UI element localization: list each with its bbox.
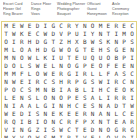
grid-cell[interactable]: C xyxy=(73,102,81,110)
grid-cell[interactable]: V xyxy=(18,134,26,138)
grid-cell[interactable]: I xyxy=(49,102,57,110)
grid-cell[interactable]: H xyxy=(57,78,65,86)
grid-cell[interactable]: Q xyxy=(10,118,18,126)
grid-cell[interactable]: I xyxy=(57,134,65,138)
grid-cell[interactable]: W xyxy=(18,22,26,30)
grid-cell[interactable]: I xyxy=(10,102,18,110)
grid-cell[interactable]: X xyxy=(73,38,81,46)
grid-cell[interactable]: N xyxy=(97,30,105,38)
grid-cell[interactable]: W xyxy=(41,70,49,78)
grid-cell[interactable]: U xyxy=(73,30,81,38)
grid-cell[interactable]: D xyxy=(18,110,26,118)
grid-cell[interactable]: E xyxy=(104,22,112,30)
grid-cell[interactable]: I xyxy=(26,78,34,86)
grid-cell[interactable]: R xyxy=(65,22,73,30)
grid-cell[interactable]: E xyxy=(10,110,18,118)
grid-cell[interactable]: R xyxy=(112,94,120,102)
grid-cell[interactable]: Y xyxy=(10,134,18,138)
grid-cell[interactable]: A xyxy=(65,86,73,94)
grid-cell[interactable]: W xyxy=(128,102,136,110)
grid-cell[interactable]: I xyxy=(73,70,81,78)
grid-cell[interactable]: D xyxy=(89,126,97,134)
grid-cell[interactable]: H xyxy=(34,46,42,54)
grid-cell[interactable]: E xyxy=(120,22,128,30)
grid-cell[interactable]: O xyxy=(104,134,112,138)
grid-cell[interactable]: R xyxy=(112,78,120,86)
grid-cell[interactable]: E xyxy=(41,62,49,70)
grid-cell[interactable]: T xyxy=(104,30,112,38)
grid-cell[interactable]: P xyxy=(73,78,81,86)
grid-cell[interactable]: R xyxy=(65,118,73,126)
grid-cell[interactable]: I xyxy=(89,86,97,94)
word-list-column: AisleCeremonyReception xyxy=(112,1,129,17)
grid-cell[interactable]: I xyxy=(49,54,57,62)
grid-cell[interactable]: R xyxy=(18,38,26,46)
grid-cell[interactable]: K xyxy=(41,54,49,62)
grid-cell[interactable]: M xyxy=(2,54,10,62)
grid-cell[interactable]: S xyxy=(41,134,49,138)
grid-cell[interactable]: L xyxy=(89,70,97,78)
grid-cell[interactable]: B xyxy=(81,38,89,46)
word-search-page: Escort CardFlower GirlRing BearerDance F… xyxy=(0,0,138,138)
grid-cell[interactable]: G xyxy=(128,126,136,134)
grid-cell[interactable]: L xyxy=(10,46,18,54)
grid-cell[interactable]: A xyxy=(104,102,112,110)
grid-cell[interactable]: F xyxy=(104,62,112,70)
grid-cell[interactable]: Y xyxy=(89,30,97,38)
grid-cell[interactable]: B xyxy=(112,54,120,62)
grid-cell[interactable]: I xyxy=(18,118,26,126)
grid-cell[interactable]: N xyxy=(104,110,112,118)
grid-cell[interactable]: C xyxy=(128,70,136,78)
grid-cell[interactable]: I xyxy=(81,30,89,38)
grid-cell[interactable]: E xyxy=(112,86,120,94)
grid-cell[interactable]: I xyxy=(128,94,136,102)
grid-cell[interactable]: V xyxy=(112,134,120,138)
word-list-item: Vows xyxy=(31,11,51,16)
grid-cell[interactable]: A xyxy=(89,94,97,102)
grid-cell[interactable]: A xyxy=(26,102,34,110)
grid-cell[interactable]: V xyxy=(2,126,10,134)
word-list-column: OfficiantGuestHoneymoon xyxy=(87,1,107,17)
grid-cell[interactable]: B xyxy=(49,86,57,94)
grid-cell[interactable]: E xyxy=(49,70,57,78)
grid-cell[interactable]: K xyxy=(18,30,26,38)
grid-cell[interactable]: T xyxy=(49,38,57,46)
grid-cell[interactable]: E xyxy=(26,22,34,30)
grid-cell[interactable]: P xyxy=(65,30,73,38)
grid-cell[interactable]: N xyxy=(128,62,136,70)
grid-cell[interactable]: O xyxy=(65,62,73,70)
grid-cell[interactable]: E xyxy=(73,94,81,102)
grid-cell[interactable]: C xyxy=(120,78,128,86)
grid-cell[interactable]: D xyxy=(41,46,49,54)
word-list-item: Reception xyxy=(112,11,129,16)
grid-cell[interactable]: N xyxy=(2,102,10,110)
grid-cell[interactable]: L xyxy=(97,70,105,78)
grid-cell[interactable]: Q xyxy=(89,54,97,62)
grid-cell[interactable]: Y xyxy=(73,22,81,30)
grid-cell[interactable]: N xyxy=(57,102,65,110)
grid-cell[interactable]: S xyxy=(26,62,34,70)
grid-cell[interactable]: A xyxy=(26,46,34,54)
grid-cell[interactable]: C xyxy=(65,126,73,134)
grid-cell[interactable]: G xyxy=(41,38,49,46)
grid-cell[interactable]: R xyxy=(112,22,120,30)
grid-cell[interactable]: O xyxy=(128,30,136,38)
grid-cell[interactable]: L xyxy=(2,94,10,102)
grid-cell[interactable]: E xyxy=(89,134,97,138)
grid-cell[interactable]: N xyxy=(81,22,89,30)
puzzle-grid: MEWEDIGCRYNOMERECTWKECWDVPUIYNTIMOOIRHDG… xyxy=(1,21,137,138)
grid-cell[interactable]: N xyxy=(18,94,26,102)
grid-cell[interactable]: E xyxy=(89,62,97,70)
grid-cell[interactable]: O xyxy=(18,54,26,62)
grid-cell[interactable]: N xyxy=(41,110,49,118)
grid-cell[interactable]: C xyxy=(41,78,49,86)
grid-cell[interactable]: W xyxy=(89,38,97,46)
grid-cell[interactable]: P xyxy=(81,62,89,70)
grid-cell[interactable]: I xyxy=(10,38,18,46)
grid-cell[interactable]: M xyxy=(2,70,10,78)
word-list-column: Wedding PlannerPhotographerBouquet xyxy=(57,1,85,17)
grid-cell[interactable]: E xyxy=(120,62,128,70)
grid-cell[interactable]: N xyxy=(128,46,136,54)
grid-cell[interactable]: M xyxy=(2,22,10,30)
grid-cell[interactable]: N xyxy=(49,118,57,126)
grid-cell[interactable]: L xyxy=(81,86,89,94)
grid-cell[interactable]: G xyxy=(73,62,81,70)
grid-cell[interactable]: W xyxy=(2,110,10,118)
grid-cell[interactable]: W xyxy=(97,78,105,86)
grid-cell[interactable]: T xyxy=(81,46,89,54)
word-list-item: Bouquet xyxy=(57,11,85,16)
grid-cell[interactable]: M xyxy=(34,86,42,94)
grid-cell[interactable]: D xyxy=(34,38,42,46)
grid-cell[interactable]: C xyxy=(57,118,65,126)
grid-cell[interactable]: W xyxy=(10,78,18,86)
grid-cell[interactable]: A xyxy=(97,110,105,118)
grid-cell[interactable]: S xyxy=(26,86,34,94)
grid-cell[interactable]: E xyxy=(73,110,81,118)
grid-cell[interactable]: T xyxy=(104,118,112,126)
grid-cell[interactable]: D xyxy=(34,22,42,30)
grid-cell[interactable]: C xyxy=(18,86,26,94)
grid-cell[interactable]: S xyxy=(49,126,57,134)
grid-cell[interactable]: W xyxy=(57,46,65,54)
grid-cell[interactable]: N xyxy=(112,38,120,46)
grid-cell[interactable]: S xyxy=(34,110,42,118)
grid-cell[interactable]: C xyxy=(104,86,112,94)
grid-cell[interactable]: G xyxy=(65,70,73,78)
grid-cell[interactable]: R xyxy=(2,118,10,126)
grid-cell[interactable]: D xyxy=(2,62,10,70)
grid-cell[interactable]: R xyxy=(128,118,136,126)
grid-cell[interactable]: W xyxy=(34,134,42,138)
grid-cell[interactable]: O xyxy=(41,118,49,126)
grid-cell[interactable]: I xyxy=(26,110,34,118)
grid-cell[interactable]: I xyxy=(128,134,136,138)
grid-cell[interactable]: R xyxy=(57,70,65,78)
grid-cell[interactable]: M xyxy=(10,70,18,78)
grid-cell[interactable]: P xyxy=(2,86,10,94)
grid-cell[interactable]: I xyxy=(128,54,136,62)
grid-cell[interactable]: I xyxy=(112,30,120,38)
grid-cell[interactable]: P xyxy=(81,118,89,126)
grid-cell[interactable]: I xyxy=(10,126,18,134)
grid-cell[interactable]: L xyxy=(97,134,105,138)
grid-cell[interactable]: R xyxy=(81,110,89,118)
grid-cell[interactable]: E xyxy=(73,54,81,62)
grid-cell[interactable]: W xyxy=(57,126,65,134)
grid-cell[interactable]: I xyxy=(104,94,112,102)
grid-cell[interactable]: R xyxy=(81,70,89,78)
grid-cell[interactable]: E xyxy=(10,94,18,102)
grid-cell[interactable]: P xyxy=(120,38,128,46)
grid-cell[interactable]: A xyxy=(112,70,120,78)
grid-cell[interactable]: E xyxy=(65,110,73,118)
grid-cell[interactable]: T xyxy=(120,102,128,110)
grid-cell[interactable]: R xyxy=(65,78,73,86)
grid-cell[interactable]: C xyxy=(34,30,42,38)
grid-cell[interactable]: E xyxy=(89,46,97,54)
grid-cell[interactable]: O xyxy=(18,46,26,54)
grid-cell[interactable]: M xyxy=(49,134,57,138)
grid-cell[interactable]: H xyxy=(97,86,105,94)
grid-cell[interactable]: V xyxy=(57,30,65,38)
grid-cell[interactable]: R xyxy=(65,134,73,138)
grid-cell[interactable]: G xyxy=(81,78,89,86)
grid-cell[interactable]: S xyxy=(97,38,105,46)
grid-cell[interactable]: R xyxy=(120,94,128,102)
grid-cell[interactable]: M xyxy=(2,134,10,138)
grid-cell[interactable]: W xyxy=(41,30,49,38)
grid-cell[interactable]: S xyxy=(49,78,57,86)
grid-cell[interactable]: H xyxy=(26,38,34,46)
grid-cell[interactable]: O xyxy=(104,54,112,62)
grid-cell[interactable]: N xyxy=(128,78,136,86)
grid-cell[interactable]: P xyxy=(120,54,128,62)
grid-cell[interactable]: E xyxy=(18,78,26,86)
grid-cell[interactable]: N xyxy=(41,86,49,94)
grid-cell[interactable]: B xyxy=(26,118,34,126)
grid-cell[interactable]: L xyxy=(112,110,120,118)
grid-cell[interactable]: C xyxy=(120,110,128,118)
word-list-item: Ring Bearer xyxy=(3,11,23,16)
grid-cell[interactable]: E xyxy=(112,118,120,126)
grid-cell[interactable]: H xyxy=(65,38,73,46)
grid-cell[interactable]: A xyxy=(120,118,128,126)
grid-cell[interactable]: S xyxy=(128,38,136,46)
grid-cell[interactable]: C xyxy=(57,22,65,30)
grid-cell[interactable]: N xyxy=(57,62,65,70)
grid-cell[interactable]: E xyxy=(120,46,128,54)
grid-cell[interactable]: M xyxy=(120,30,128,38)
grid-cell[interactable]: U xyxy=(57,54,65,62)
grid-cell[interactable]: T xyxy=(65,54,73,62)
grid-cell[interactable]: A xyxy=(18,102,26,110)
grid-cell[interactable]: P xyxy=(65,94,73,102)
grid-cell[interactable]: E xyxy=(81,102,89,110)
grid-cell[interactable]: D xyxy=(49,30,57,38)
grid-cell[interactable]: O xyxy=(2,38,10,46)
grid-cell[interactable]: O xyxy=(34,70,42,78)
grid-cell[interactable]: T xyxy=(2,30,10,38)
grid-cell[interactable]: G xyxy=(49,46,57,54)
grid-cell[interactable]: I xyxy=(57,86,65,94)
grid-cell[interactable]: S xyxy=(104,46,112,54)
word-list-column: Escort CardFlower GirlRing Bearer xyxy=(3,1,23,17)
grid-cell[interactable]: M xyxy=(97,22,105,30)
grid-cell[interactable]: S xyxy=(89,78,97,86)
grid-cell[interactable]: L xyxy=(49,62,57,70)
grid-cell[interactable]: G xyxy=(41,102,49,110)
grid-cell[interactable]: I xyxy=(41,126,49,134)
grid-cell[interactable]: R xyxy=(120,126,128,134)
grid-cell[interactable]: M xyxy=(2,46,10,54)
grid-cell[interactable]: O xyxy=(10,86,18,94)
grid-cell[interactable]: S xyxy=(89,102,97,110)
grid-cell[interactable]: G xyxy=(112,126,120,134)
grid-cell[interactable]: I xyxy=(41,22,49,30)
grid-cell[interactable]: R xyxy=(34,78,42,86)
grid-cell[interactable]: F xyxy=(18,70,26,78)
grid-cell[interactable]: H xyxy=(97,46,105,54)
grid-cell[interactable]: O xyxy=(10,62,18,70)
grid-cell[interactable]: F xyxy=(104,70,112,78)
grid-cell[interactable]: L xyxy=(34,102,42,110)
grid-cell[interactable]: L xyxy=(26,70,34,78)
grid-cell[interactable]: K xyxy=(57,110,65,118)
grid-cell[interactable]: T xyxy=(73,126,81,134)
grid-cell[interactable]: B xyxy=(73,86,81,94)
grid-cell[interactable]: S xyxy=(26,94,34,102)
grid-cell[interactable]: E xyxy=(81,126,89,134)
grid-cell[interactable]: Z xyxy=(57,38,65,46)
grid-cell[interactable]: W xyxy=(26,54,34,62)
grid-cell[interactable]: E xyxy=(49,110,57,118)
grid-cell[interactable]: V xyxy=(81,134,89,138)
grid-cell[interactable]: N xyxy=(2,78,10,86)
grid-cell[interactable]: K xyxy=(128,86,136,94)
grid-cell[interactable]: O xyxy=(97,62,105,70)
grid-cell[interactable]: U xyxy=(97,54,105,62)
grid-cell[interactable]: I xyxy=(34,118,42,126)
grid-cell[interactable]: D xyxy=(120,134,128,138)
grid-cell[interactable]: G xyxy=(73,46,81,54)
grid-cell[interactable]: O xyxy=(65,46,73,54)
word-list-column: Dance FloorRingsVows xyxy=(31,1,51,17)
grid-cell[interactable]: I xyxy=(104,78,112,86)
grid-cell[interactable]: X xyxy=(89,118,97,126)
grid-cell[interactable]: W xyxy=(10,30,18,38)
word-list: Escort CardFlower GirlRing BearerDance F… xyxy=(0,1,138,21)
grid-cell[interactable]: N xyxy=(49,94,57,102)
grid-cell[interactable]: O xyxy=(57,94,65,102)
grid-cell[interactable]: H xyxy=(65,102,73,110)
grid-cell[interactable]: L xyxy=(34,54,42,62)
word-list-item: Honeymoon xyxy=(87,11,107,16)
grid-cell[interactable]: S xyxy=(120,70,128,78)
grid-cell[interactable]: E xyxy=(112,62,120,70)
grid-cell[interactable]: Z xyxy=(34,126,42,134)
grid-cell[interactable]: N xyxy=(10,54,18,62)
grid-cell[interactable]: G xyxy=(112,46,120,54)
grid-cell[interactable]: U xyxy=(81,54,89,62)
grid-cell[interactable]: N xyxy=(89,110,97,118)
grid-cell[interactable]: L xyxy=(18,62,26,70)
grid-cell[interactable]: L xyxy=(97,94,105,102)
grid-cell[interactable]: N xyxy=(18,126,26,134)
grid-cell[interactable]: O xyxy=(89,22,97,30)
grid-cell[interactable]: C xyxy=(128,22,136,30)
grid-cell[interactable]: S xyxy=(81,94,89,102)
grid-cell[interactable]: N xyxy=(97,102,105,110)
grid-cell[interactable]: O xyxy=(26,134,34,138)
grid-cell[interactable]: L xyxy=(34,94,42,102)
grid-cell[interactable]: D xyxy=(112,102,120,110)
grid-cell[interactable]: N xyxy=(97,118,105,126)
grid-cell[interactable]: G xyxy=(49,22,57,30)
grid-cell[interactable]: O xyxy=(41,94,49,102)
grid-cell[interactable]: I xyxy=(73,134,81,138)
grid-cell[interactable]: O xyxy=(120,86,128,94)
grid-cell[interactable]: G xyxy=(26,126,34,134)
grid-cell[interactable]: N xyxy=(97,126,105,134)
grid-cell[interactable]: E xyxy=(26,30,34,38)
grid-cell[interactable]: K xyxy=(104,38,112,46)
grid-cell[interactable]: W xyxy=(34,62,42,70)
grid-cell[interactable]: E xyxy=(128,110,136,118)
grid-cell[interactable]: O xyxy=(104,126,112,134)
grid-cell[interactable]: E xyxy=(10,22,18,30)
grid-cell[interactable]: F xyxy=(73,118,81,126)
